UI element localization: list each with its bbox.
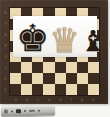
button-dot-icon [24,110,26,112]
file-label-f: f [71,98,72,102]
square-e2 [55,73,66,84]
square-a3 [10,62,21,73]
square-g3 [77,62,88,73]
square-a2 [10,73,21,84]
square-b2 [21,73,32,84]
rank-label-7: 7 [2,22,9,26]
file-label-h: h [92,98,95,102]
chessboard: 87654321 abcdefgh ♚ ♛ ♝ ♞ ♜ ♟ [0,0,108,104]
slot-icon [29,110,35,112]
square-g2 [77,73,88,84]
square-b1 [21,84,32,95]
rank-label-6: 6 [2,33,9,37]
square-h1 [88,84,99,95]
port-icon [16,109,21,113]
rank-label-3: 3 [2,66,9,70]
rank-label-1: 1 [2,88,9,92]
square-d2 [43,73,54,84]
square-d1 [43,84,54,95]
white-queen-piece: ♛ [49,24,79,56]
square-e3 [55,62,66,73]
black-bishop-piece: ♝ [80,28,106,56]
square-c1 [32,84,43,95]
black-king-piece: ♚ [16,21,49,56]
square-f3 [66,62,77,73]
connector-module [1,105,55,116]
square-a1 [10,84,21,95]
square-d3 [43,62,54,73]
file-label-b: b [26,98,29,102]
file-labels: abcdefgh [10,95,99,104]
rank-label-2: 2 [2,77,9,81]
button-dot-icon [11,110,13,112]
white-knight-piece: ♞ [106,29,110,56]
file-label-a: a [14,98,16,102]
square-b3 [21,62,32,73]
square-g1 [77,84,88,95]
button-dot-icon [38,110,40,112]
knob-icon [4,110,8,114]
square-c3 [32,62,43,73]
rank-label-5: 5 [2,44,9,48]
file-label-c: c [37,98,39,102]
square-h3 [88,62,99,73]
piece-lineup-banner: ♚ ♛ ♝ ♞ ♜ ♟ [13,16,97,57]
file-label-e: e [59,98,61,102]
file-label-d: d [48,98,51,102]
file-label-g: g [81,98,84,102]
rank-label-4: 4 [2,55,9,59]
square-c2 [32,73,43,84]
square-h2 [88,73,99,84]
square-f1 [66,84,77,95]
rank-labels: 87654321 [2,8,9,95]
square-e1 [55,84,66,95]
rank-label-8: 8 [2,11,9,15]
square-f2 [66,73,77,84]
